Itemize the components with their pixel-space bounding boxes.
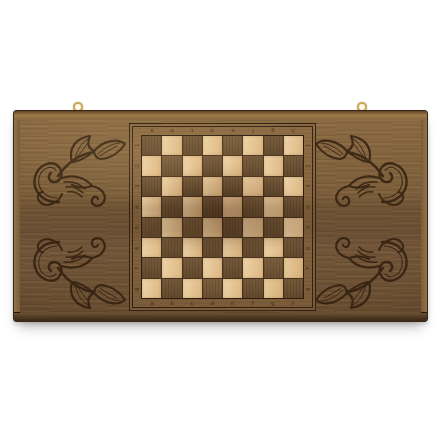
square-f8 [243,279,262,298]
square-a8 [142,279,161,298]
square-d6 [203,238,222,257]
square-f7 [243,258,262,277]
square-b3 [162,177,181,196]
square-c7 [183,258,202,277]
square-g7 [264,258,283,277]
square-g5 [264,218,283,237]
square-c8 [183,279,202,298]
square-g4 [264,197,283,216]
coord-label: d [202,299,222,307]
square-f3 [243,177,262,196]
square-a3 [142,177,161,196]
square-e2 [223,156,242,175]
coord-label: c [182,299,202,307]
square-g3 [264,177,283,196]
square-c2 [183,156,202,175]
square-e8 [223,279,242,298]
square-f5 [243,218,262,237]
coord-label: h [283,127,303,135]
square-d3 [203,177,222,196]
chessboard-panel: abcdefgh 12345678 12345678 abcdefgh [129,123,316,311]
square-f2 [243,156,262,175]
square-c6 [183,238,202,257]
square-d8 [203,279,222,298]
square-a2 [142,156,161,175]
square-c4 [183,197,202,216]
square-g2 [264,156,283,175]
square-a5 [142,218,161,237]
square-b4 [162,197,181,216]
square-b5 [162,218,181,237]
leaf-carving-bottom-left-icon [28,228,128,312]
product-photo: abcdefgh 12345678 12345678 abcdefgh [0,0,440,440]
square-b1 [162,136,181,155]
coord-label: g [263,127,283,135]
coord-label: 3 [298,182,319,190]
case-lid: abcdefgh 12345678 12345678 abcdefgh [13,110,428,322]
square-a7 [142,258,161,277]
coord-label: e [223,127,243,135]
coord-label: c [182,127,202,135]
square-d4 [203,197,222,216]
coord-label: 8 [298,285,319,293]
square-b2 [162,156,181,175]
squares-grid [141,135,304,299]
leaf-carving-bottom-right-icon [313,228,413,312]
coord-label: e [223,299,243,307]
square-e7 [223,258,242,277]
backgammon-case: abcdefgh 12345678 12345678 abcdefgh [13,110,428,322]
file-labels-top: abcdefgh [133,127,312,135]
coord-label: a [142,299,162,307]
square-a6 [142,238,161,257]
square-d2 [203,156,222,175]
square-d5 [203,218,222,237]
coord-label: b [162,299,182,307]
coord-label: h [283,299,303,307]
coord-label: f [243,299,263,307]
square-c5 [183,218,202,237]
square-e4 [223,197,242,216]
square-d7 [203,258,222,277]
coord-label: a [142,127,162,135]
coord-label: 2 [298,162,319,170]
square-g6 [264,238,283,257]
coord-label: 7 [298,264,319,272]
square-c1 [183,136,202,155]
square-g8 [264,279,283,298]
coord-label: b [162,127,182,135]
square-a4 [142,197,161,216]
coord-label: 4 [298,203,319,211]
square-f6 [243,238,262,257]
coord-label: 1 [298,141,319,149]
leaf-carving-top-left-icon [28,132,128,216]
coord-label: g [263,299,283,307]
square-b7 [162,258,181,277]
chessboard-frame: abcdefgh 12345678 12345678 abcdefgh [132,126,313,308]
coord-label: 5 [298,223,319,231]
square-f4 [243,197,262,216]
coord-label: f [243,127,263,135]
square-e3 [223,177,242,196]
square-f1 [243,136,262,155]
square-b8 [162,279,181,298]
right-bevel-edge [420,120,427,313]
bottom-bevel-edge [14,312,427,321]
file-labels-bottom: abcdefgh [133,299,312,307]
square-e1 [223,136,242,155]
square-e6 [223,238,242,257]
lid-face: abcdefgh 12345678 12345678 abcdefgh [20,120,421,313]
square-g1 [264,136,283,155]
coord-label: 6 [298,244,319,252]
rank-labels-right: 12345678 [304,135,312,299]
square-a1 [142,136,161,155]
leaf-carving-top-right-icon [313,132,413,216]
square-c3 [183,177,202,196]
square-d1 [203,136,222,155]
square-b6 [162,238,181,257]
rank-labels-left: 12345678 [133,135,141,299]
square-e5 [223,218,242,237]
coord-label: d [202,127,222,135]
